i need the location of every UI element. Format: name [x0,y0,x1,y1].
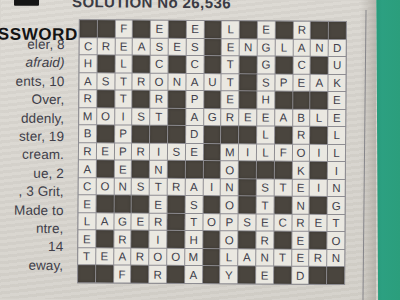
grid-cell-black [203,231,220,248]
grid-cell: I [115,108,132,125]
grid-cell-black [311,57,328,74]
grid-cell: L [311,109,328,126]
grid-cell: S [132,178,149,195]
grid-cell: B [293,109,310,126]
grid-cell: N [168,73,185,90]
grid-cell: T [185,214,202,231]
grid-cell-black [204,126,221,143]
grid-cell-black [204,39,221,56]
grid-cell-black [239,197,256,214]
grid-cell-black [132,231,149,248]
grid-cell: C [293,57,310,74]
grid-cell: E [328,110,345,127]
grid-cell-black [240,56,257,73]
grid-cell: K [292,162,309,179]
grid-cell-black [204,144,221,161]
grid-cell: S [97,73,114,90]
grid-cell-black [310,232,327,249]
grid-cell: E [78,231,95,248]
grid-cell: E [258,21,275,38]
grid-cell: G [258,56,275,73]
grid-cell-black [239,232,256,249]
clue-fragment-line: cream. [0,146,64,165]
grid-cell: H [257,92,274,109]
grid-cell: E [239,109,256,126]
grid-cell-black [311,92,328,109]
grid-cell-black [168,126,185,143]
clue-fragment-line: eler, 8 [1,36,65,55]
solution-title: SOLUTION No 26,536 [72,0,231,11]
grid-cell: E [79,195,96,212]
grid-cell: T [222,56,239,73]
grid-cell-black [167,231,184,248]
grid-cell: E [256,214,273,231]
crossword-grid: FEELERCREASESENGLANDHLCCTGCUASTRONAUTSPE… [77,19,347,285]
grid-cell: P [221,214,238,231]
clue-fragment-line: Made to [0,201,64,220]
grid-cell-black [327,267,344,284]
grid-cell: N [311,39,328,56]
grid-cell: P [115,126,132,143]
grid-cell: T [274,179,291,196]
grid-cell: R [292,215,309,232]
grid-cell-black [131,266,148,283]
grid-cell: T [274,249,291,266]
grid-cell: S [257,179,274,196]
grid-cell: R [222,109,239,126]
grid-cell: E [97,143,114,160]
clue-fragment-line: eway, [0,256,63,275]
grid-cell: C [274,214,291,231]
grid-cell-black [150,126,167,143]
clue-fragment-line: ster, 19 [0,128,64,147]
grid-cell-black [329,22,346,39]
grid-cell-black [274,197,291,214]
grid-cell: U [329,57,346,74]
grid-cell-black [221,126,238,143]
grid-cell: O [149,249,166,266]
grid-cell: H [185,231,202,248]
grid-cell-black [133,21,150,38]
grid-cell-black [240,21,257,38]
grid-cell: E [256,267,273,284]
grid-cell: T [115,73,132,90]
clue-fragment-line: ntre, [0,220,64,239]
grid-cell: E [96,248,113,265]
grid-cell: A [275,109,292,126]
grid-cell-black [257,162,274,179]
grid-cell-black [132,161,149,178]
grid-cell: T [115,91,132,108]
grid-cell: O [97,108,114,125]
grid-cell: E [187,21,204,38]
grid-cell: F [275,144,292,161]
grid-cell: E [150,196,167,213]
grid-cell: A [185,179,202,196]
grid-cell: I [310,180,327,197]
grid-cell: R [79,90,96,107]
grid-cell: R [256,232,273,249]
masthead-ink-blob [14,0,39,6]
grid-cell: E [169,38,186,55]
grid-cell: O [293,144,310,161]
grid-cell: E [115,38,132,55]
grid-cell: L [257,127,274,144]
grid-cell-black [275,92,292,109]
grid-cell-black [168,108,185,125]
grid-cell-black [168,161,185,178]
grid-cell: S [133,108,150,125]
grid-cell-black [98,20,115,37]
grid-cell: O [328,232,345,249]
grid-cell: A [311,74,328,91]
grid-cell: N [221,179,238,196]
grid-cell: A [186,109,203,126]
grid-cell: C [151,56,168,73]
grid-cell-black [78,266,95,283]
grid-cell: N [327,250,344,267]
grid-cell: F [114,266,131,283]
grid-cell: R [79,143,96,160]
grid-cell: D [292,267,309,284]
grid-cell: Y [220,267,237,284]
clue-column-fragments: eler, 8afraid)ents, 10Over,ddenly,ster, … [0,36,65,276]
grid-cell: E [186,144,203,161]
grid-cell: R [97,38,114,55]
grid-cell-black [97,55,114,72]
grid-cell: M [79,108,96,125]
grid-cell: I [328,162,345,179]
grid-cell: A [79,160,96,177]
grid-cell: T [257,197,274,214]
grid-cell-black [309,267,326,284]
clue-fragment-line: ddenly, [0,109,64,128]
grid-cell: G [204,109,221,126]
grid-cell: E [114,161,131,178]
grid-cell-black [132,126,149,143]
grid-cell: I [150,231,167,248]
clue-fragment-line: , 3 Grit, [0,183,64,202]
grid-cell: R [293,127,310,144]
grid-cell: I [203,179,220,196]
grid-cell: A [238,249,255,266]
grid-cell: C [186,56,203,73]
grid-cell: O [221,196,238,213]
grid-cell: E [292,232,309,249]
grid-cell: L [275,39,292,56]
grid-cell: R [149,266,166,283]
grid-cell: E [328,92,345,109]
grid-cell-black [96,231,113,248]
grid-cell: L [115,55,132,72]
grid-cell: R [132,143,149,160]
grid-cell: L [328,127,345,144]
clue-fragment-line: ue, 2 [0,164,64,183]
grid-cell-black [239,91,256,108]
grid-cell-black [167,266,184,283]
clue-fragment-line: afraid) [1,54,65,73]
grid-cell: N [150,161,167,178]
grid-cell: P [186,91,203,108]
grid-cell: R [132,248,149,265]
grid-cell: A [186,73,203,90]
grid-cell: S [257,74,274,91]
grid-cell: N [114,178,131,195]
grid-cell-black [274,267,291,284]
grid-cell: A [79,73,96,90]
grid-cell-black [203,161,220,178]
grid-cell-black [310,197,327,214]
grid-cell: E [293,74,310,91]
grid-cell-black [204,21,221,38]
grid-cell: E [257,109,274,126]
grid-cell-black [97,125,114,142]
grid-cell: G [114,213,131,230]
grid-cell-black [239,126,256,143]
grid-cell: T [78,248,95,265]
grid-cell: P [115,143,132,160]
grid-cell: A [96,213,113,230]
grid-cell: T [150,178,167,195]
grid-cell: E [151,21,168,38]
clue-fragment-line: ents, 10 [0,72,64,91]
grid-cell-black [293,92,310,109]
grid-cell: N [292,197,309,214]
grid-cell-black [80,20,97,37]
grid-cell: R [150,214,167,231]
clue-fragment-line: Over, [0,91,64,110]
grid-cell-black [276,22,293,39]
grid-cell-black [310,127,327,144]
grid-cell-black [132,196,149,213]
grid-cell: S [239,214,256,231]
grid-cell: R [310,250,327,267]
grid-cell-black [274,232,291,249]
grid-cell-black [275,162,292,179]
grid-cell-black [240,74,257,91]
grid-cell: L [328,145,345,162]
grid-cell-black [114,196,131,213]
grid-cell: R [150,91,167,108]
grid-cell-black [168,91,185,108]
grid-cell-black [97,90,114,107]
grid-cell: C [80,38,97,55]
grid-cell: S [151,38,168,55]
grid-cell: O [151,73,168,90]
grid-cell: I [150,143,167,160]
grid-cell: T [150,108,167,125]
grid-cell-black [186,161,203,178]
grid-cell: S [185,196,202,213]
grid-cell: O [203,214,220,231]
grid-cell: S [186,38,203,55]
grid-cell-black [133,91,150,108]
grid-cell-black [96,266,113,283]
grid-cell-black [275,57,292,74]
grid-cell: O [167,249,184,266]
grid-cell-black [239,179,256,196]
grid-cell: E [292,179,309,196]
grid-cell: N [328,180,345,197]
grid-cell: L [257,144,274,161]
grid-cell: S [168,143,185,160]
grid-cell: A [133,38,150,55]
grid-cell: R [293,22,310,39]
grid-cell: L [78,213,95,230]
grid-cell: N [256,249,273,266]
grid-cell-black [203,249,220,266]
grid-cell: R [114,231,131,248]
grid-cell: T [328,215,345,232]
grid-cell-black [238,267,255,284]
grid-cell: G [258,39,275,56]
grid-cell: M [185,249,202,266]
grid-cell: E [222,91,239,108]
grid-cell: M [221,144,238,161]
grid-cell: D [329,39,346,56]
grid-cell: A [185,266,202,283]
grid-cell-black [310,162,327,179]
grid-cell: R [133,73,150,90]
grid-cell: O [221,161,238,178]
grid-cell: I [239,144,256,161]
grid-cell-black [97,161,114,178]
grid-cell-black [96,196,113,213]
grid-cell: L [222,21,239,38]
grid-cell-black [169,56,186,73]
grid-cell: D [186,126,203,143]
grid-cell: E [310,215,327,232]
grid-cell-black [275,127,292,144]
grid-cell: K [329,74,346,91]
grid-cell: E [292,250,309,267]
grid-cell: L [221,249,238,266]
grid-cell: F [115,20,132,37]
clue-fragment-line: 14 [0,238,63,257]
grid-cell: E [132,213,149,230]
grid-cell: E [222,39,239,56]
grid-cell: A [114,248,131,265]
grid-cell: H [80,55,97,72]
grid-cell: I [310,144,327,161]
grid-cell-black [133,56,150,73]
grid-cell: A [293,39,310,56]
grid-cell-black [203,266,220,283]
grid-cell-black [167,214,184,231]
grid-cell-black [311,22,328,39]
grid-cell-black [168,196,185,213]
grid-cell: O [221,232,238,249]
grid-cell: N [240,39,257,56]
newspaper-page: SSWORD SOLUTION No 26,536 eler, 8afraid)… [0,0,400,300]
grid-cell-black [169,21,186,38]
grid-cell: O [96,178,113,195]
grid-cell: T [222,74,239,91]
grid-cell-black [204,56,221,73]
grid-cell-black [239,162,256,179]
grid-cell-black [204,91,221,108]
grid-cell: U [204,74,221,91]
grid-cell: P [275,74,292,91]
grid-cell: R [168,179,185,196]
grid-cell: C [79,178,96,195]
grid-cell: B [79,125,96,142]
grid-cell-black [203,196,220,213]
grid-cell: G [328,197,345,214]
